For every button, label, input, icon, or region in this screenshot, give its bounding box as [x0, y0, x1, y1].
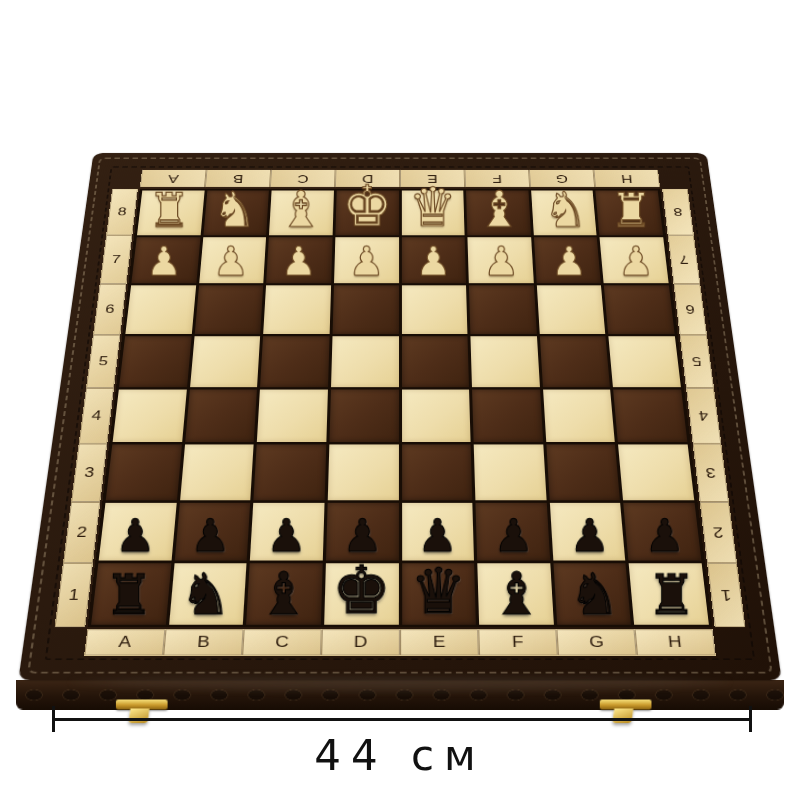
square-a2: ♟ — [99, 503, 177, 561]
square-a8: ♜ — [137, 191, 204, 235]
white-bishop-c8: ♝ — [279, 184, 323, 234]
rank-label-5: 5 — [680, 335, 714, 388]
file-label-b: B — [163, 629, 244, 655]
file-labels-bottom: ABCDEFGH — [84, 629, 716, 655]
square-g1: ♞ — [553, 563, 631, 624]
square-b1: ♞ — [169, 563, 247, 624]
rank-label-2: 2 — [700, 502, 737, 563]
square-f3 — [474, 445, 546, 501]
dimension-label: 44 см — [0, 731, 800, 780]
square-b4 — [185, 389, 257, 442]
black-pawn-e2: ♟ — [418, 514, 458, 559]
white-pawn-b7: ♟ — [213, 242, 249, 282]
square-c7: ♟ — [266, 237, 332, 283]
square-d8: ♚ — [335, 191, 398, 235]
white-rook-a8: ♜ — [148, 187, 190, 234]
square-e7: ♟ — [401, 237, 466, 283]
rank-label-7: 7 — [668, 235, 701, 284]
square-a3 — [106, 445, 182, 501]
white-knight-b8: ♞ — [213, 185, 257, 234]
file-label-g: G — [556, 629, 637, 655]
board-grid: ♜♞♝♚♛♝♞♜♟♟♟♟♟♟♟♟♟♟♟♟♟♟♟♟♜♞♝♚♛♝♞♜ — [87, 189, 712, 628]
dimension-tick-left — [52, 706, 55, 732]
square-a4 — [113, 389, 187, 442]
rank-label-4: 4 — [79, 388, 114, 444]
rank-label-3: 3 — [71, 444, 107, 502]
square-e6 — [401, 286, 467, 334]
file-label-f: F — [478, 629, 558, 655]
square-c8: ♝ — [269, 191, 334, 235]
white-pawn-a7: ♟ — [146, 242, 182, 282]
brass-clasp-left — [116, 699, 168, 709]
file-label-c: C — [242, 629, 322, 655]
square-f6 — [469, 286, 537, 334]
rank-label-6: 6 — [674, 284, 707, 335]
rank-label-3: 3 — [693, 444, 729, 502]
square-f7: ♟ — [468, 237, 534, 283]
square-g5 — [540, 336, 611, 387]
square-c6 — [263, 286, 331, 334]
square-h2: ♟ — [624, 503, 702, 561]
file-label-d: D — [321, 629, 400, 655]
square-c1: ♝ — [246, 563, 322, 624]
file-label-e: E — [400, 629, 479, 655]
rank-label-1: 1 — [54, 563, 93, 627]
white-pawn-h7: ♟ — [618, 242, 654, 282]
rank-label-8: 8 — [662, 189, 694, 236]
square-g8: ♞ — [531, 191, 597, 235]
square-f5 — [471, 336, 540, 387]
product-photo-scene: ABCDEFGH ABCDEFGH 87654321 87654321 ♜♞♝♚… — [0, 0, 800, 800]
square-f8: ♝ — [466, 191, 531, 235]
square-e1: ♛ — [402, 563, 476, 624]
black-rook-a1: ♜ — [104, 568, 153, 623]
square-a5 — [119, 336, 191, 387]
black-pawn-h2: ♟ — [645, 514, 685, 559]
square-g4 — [543, 389, 615, 442]
black-king-d1: ♚ — [332, 557, 391, 623]
black-queen-e1: ♛ — [411, 560, 467, 623]
rank-label-2: 2 — [63, 502, 100, 563]
square-d7: ♟ — [334, 237, 399, 283]
dimension-line — [52, 718, 752, 721]
brass-clasp-right — [600, 699, 652, 709]
black-bishop-f1: ♝ — [490, 565, 542, 623]
square-d1: ♚ — [324, 563, 398, 624]
rank-label-1: 1 — [707, 563, 746, 627]
rank-label-7: 7 — [100, 235, 133, 284]
black-pawn-f2: ♟ — [493, 514, 533, 559]
square-f2: ♟ — [476, 503, 550, 561]
square-b7: ♟ — [199, 237, 266, 283]
rank-label-6: 6 — [93, 284, 126, 335]
square-b2: ♟ — [174, 503, 250, 561]
white-rook-h8: ♜ — [610, 187, 652, 234]
black-pawn-g2: ♟ — [569, 514, 609, 559]
white-knight-g8: ♞ — [543, 185, 587, 234]
black-rook-h1: ♜ — [647, 568, 696, 623]
black-bishop-c1: ♝ — [258, 565, 310, 623]
rank-label-5: 5 — [86, 335, 120, 388]
square-a1: ♜ — [91, 563, 171, 624]
square-f1: ♝ — [477, 563, 553, 624]
white-pawn-c7: ♟ — [281, 242, 317, 282]
white-bishop-f8: ♝ — [477, 184, 521, 234]
square-b5 — [190, 336, 261, 387]
white-pawn-e7: ♟ — [416, 242, 452, 282]
black-knight-b1: ♞ — [180, 566, 231, 623]
square-g3 — [546, 445, 620, 501]
black-pawn-c2: ♟ — [266, 514, 306, 559]
square-h7: ♟ — [600, 237, 669, 283]
square-c3 — [254, 445, 326, 501]
square-f4 — [472, 389, 543, 442]
square-b6 — [194, 286, 263, 334]
black-pawn-b2: ♟ — [191, 514, 231, 559]
square-h1: ♜ — [629, 563, 709, 624]
board-shadow — [70, 676, 730, 692]
square-e8: ♛ — [401, 191, 464, 235]
square-a6 — [125, 286, 195, 334]
square-d3 — [328, 445, 399, 501]
square-d6 — [332, 286, 398, 334]
square-g6 — [537, 286, 606, 334]
square-c2: ♟ — [250, 503, 324, 561]
square-g7: ♟ — [534, 237, 601, 283]
square-a7: ♟ — [131, 237, 200, 283]
white-pawn-f7: ♟ — [483, 242, 519, 282]
file-label-h: H — [635, 629, 716, 655]
square-c5 — [260, 336, 329, 387]
square-e5 — [401, 336, 469, 387]
black-knight-g1: ♞ — [568, 566, 619, 623]
square-e2: ♟ — [402, 503, 475, 561]
square-b3 — [180, 445, 254, 501]
square-b8: ♞ — [203, 191, 269, 235]
square-e3 — [402, 445, 473, 501]
square-g2: ♟ — [550, 503, 626, 561]
square-h3 — [618, 445, 694, 501]
square-h6 — [604, 286, 674, 334]
square-d4 — [329, 389, 398, 442]
square-h5 — [609, 336, 681, 387]
square-e4 — [402, 389, 471, 442]
black-pawn-a2: ♟ — [115, 514, 155, 559]
square-h4 — [613, 389, 687, 442]
rank-label-4: 4 — [686, 388, 721, 444]
white-pawn-g7: ♟ — [551, 242, 587, 282]
square-h8: ♜ — [596, 191, 663, 235]
white-pawn-d7: ♟ — [348, 242, 384, 282]
dimension-tick-right — [749, 706, 752, 732]
white-queen-e8: ♛ — [409, 180, 457, 233]
square-d5 — [331, 336, 399, 387]
chess-board: ABCDEFGH ABCDEFGH 87654321 87654321 ♜♞♝♚… — [18, 153, 781, 680]
white-king-d8: ♚ — [342, 178, 392, 234]
square-c4 — [257, 389, 328, 442]
rank-label-8: 8 — [106, 189, 138, 236]
file-label-a: A — [84, 629, 165, 655]
